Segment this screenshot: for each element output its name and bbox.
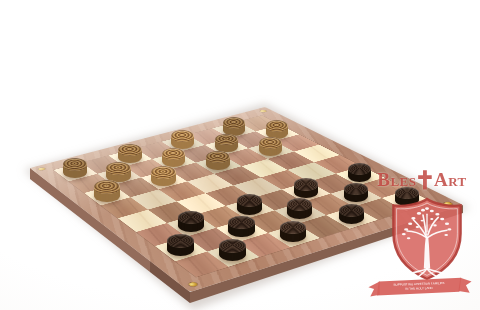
checker-piece-light[interactable] <box>215 134 238 146</box>
brass-fastener <box>188 282 199 287</box>
checker-piece-dark[interactable] <box>294 178 318 191</box>
checker-piece-light[interactable] <box>259 137 282 149</box>
photo-stage: Bles✝Art <box>0 0 480 310</box>
checker-piece-dark[interactable] <box>344 183 368 196</box>
checker-piece-dark[interactable] <box>237 194 262 207</box>
checker-piece-dark[interactable] <box>339 204 364 217</box>
checker-piece-dark[interactable] <box>167 234 194 248</box>
brass-fastener <box>259 110 267 113</box>
checker-piece-dark[interactable] <box>178 211 204 225</box>
checker-piece-light[interactable] <box>162 148 186 160</box>
brand-part2: Art <box>434 169 467 190</box>
checker-piece-light[interactable] <box>94 180 119 193</box>
checker-piece-light[interactable] <box>151 166 175 179</box>
brand-part1: Bles <box>377 169 416 190</box>
blestart-logo-text: Bles✝Art <box>374 166 470 195</box>
checker-piece-light[interactable] <box>266 120 288 131</box>
cross-icon: ✝ <box>414 167 435 194</box>
checker-piece-dark[interactable] <box>348 163 371 175</box>
blestart-shield <box>383 195 471 283</box>
blestart-ribbon: SUPPORTING CHRISTIAN FAMILIES IN THE HOL… <box>368 274 472 304</box>
checker-piece-light[interactable] <box>106 162 131 175</box>
brass-fastener <box>37 167 46 171</box>
checker-piece-light[interactable] <box>223 117 245 128</box>
checker-piece-dark[interactable] <box>228 216 254 230</box>
